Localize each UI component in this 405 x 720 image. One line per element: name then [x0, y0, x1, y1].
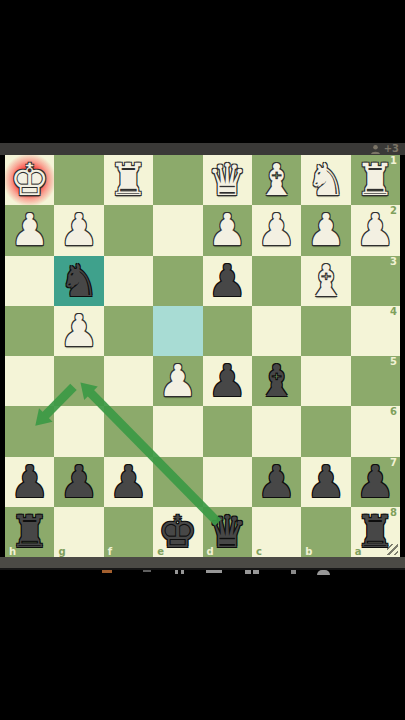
square-e5[interactable]: ♟ [153, 356, 202, 406]
square-c2[interactable]: ♟ [252, 205, 301, 255]
square-e8[interactable]: ♚e [153, 507, 202, 557]
square-b3[interactable]: ♝ [301, 256, 350, 306]
white-pawn-g4[interactable]: ♟ [59, 309, 98, 353]
toolbar-icon-fragment-5 [206, 570, 222, 573]
square-c8[interactable]: c [252, 507, 301, 557]
file-label-a: a [355, 546, 362, 557]
file-label-e: e [157, 546, 164, 557]
file-label-g: g [58, 546, 65, 557]
toolbar-icon-fragment-4 [181, 570, 184, 574]
square-b6[interactable] [301, 406, 350, 456]
white-rook-f1[interactable]: ♜ [109, 158, 148, 202]
square-g1[interactable] [54, 155, 103, 205]
square-a2[interactable]: ♟2 [351, 205, 400, 255]
white-queen-d1[interactable]: ♛ [207, 158, 246, 202]
black-bishop-c5[interactable]: ♝ [257, 359, 296, 403]
square-d3[interactable]: ♟ [203, 256, 252, 306]
square-e2[interactable] [153, 205, 202, 255]
white-king-h1[interactable]: ♚ [10, 158, 49, 202]
white-pawn-d2[interactable]: ♟ [207, 208, 246, 252]
square-b5[interactable] [301, 356, 350, 406]
square-g2[interactable]: ♟ [54, 205, 103, 255]
square-a7[interactable]: ♟7 [351, 457, 400, 507]
rank-label-6: 6 [390, 406, 397, 417]
square-d6[interactable] [203, 406, 252, 456]
white-pawn-g2[interactable]: ♟ [59, 208, 98, 252]
file-label-h: h [9, 546, 16, 557]
square-f4[interactable] [104, 306, 153, 356]
square-h7[interactable]: ♟ [5, 457, 54, 507]
square-g4[interactable]: ♟ [54, 306, 103, 356]
square-a6[interactable]: 6 [351, 406, 400, 456]
square-a1[interactable]: ♜1 [351, 155, 400, 205]
toolbar-icon-fragment-2 [143, 570, 151, 572]
rank-label-2: 2 [390, 205, 397, 216]
square-c4[interactable] [252, 306, 301, 356]
square-c6[interactable] [252, 406, 301, 456]
black-pawn-d5[interactable]: ♟ [207, 359, 246, 403]
square-h2[interactable]: ♟ [5, 205, 54, 255]
square-e7[interactable] [153, 457, 202, 507]
white-bishop-c1[interactable]: ♝ [257, 158, 296, 202]
square-b1[interactable]: ♞ [301, 155, 350, 205]
square-d8[interactable]: ♛d [203, 507, 252, 557]
white-pawn-h2[interactable]: ♟ [10, 208, 49, 252]
toolbar-icon-fragment-9 [317, 570, 330, 575]
white-pawn-e5[interactable]: ♟ [158, 359, 197, 403]
square-h1[interactable]: ♚ [5, 155, 54, 205]
black-pawn-f7[interactable]: ♟ [109, 460, 148, 504]
rank-label-4: 4 [390, 306, 397, 317]
toolbar-icon-fragment-1 [102, 570, 112, 573]
user-icon [370, 144, 381, 155]
toolbar-icon-fragment-7 [253, 570, 259, 574]
square-b8[interactable]: b [301, 507, 350, 557]
square-a5[interactable]: 5 [351, 356, 400, 406]
square-f6[interactable] [104, 406, 153, 456]
square-g6[interactable] [54, 406, 103, 456]
black-pawn-d3[interactable]: ♟ [207, 259, 246, 303]
square-c5[interactable]: ♝ [252, 356, 301, 406]
white-pawn-c2[interactable]: ♟ [257, 208, 296, 252]
square-e4[interactable] [153, 306, 202, 356]
toolbar-icon-fragment-6 [245, 570, 251, 574]
square-h8[interactable]: ♜h [5, 507, 54, 557]
square-h3[interactable] [5, 256, 54, 306]
square-d2[interactable]: ♟ [203, 205, 252, 255]
square-e1[interactable] [153, 155, 202, 205]
square-f3[interactable] [104, 256, 153, 306]
black-pawn-b7[interactable]: ♟ [306, 460, 345, 504]
square-h4[interactable] [5, 306, 54, 356]
square-f8[interactable]: f [104, 507, 153, 557]
chess-board[interactable]: ♚♜♛♝♞♜1♟♟♟♟♟♟2♞♟♝3♟4♟♟♝56♟♟♟♟♟♟7♜hgf♚e♛d… [5, 155, 400, 557]
square-g3[interactable]: ♞ [54, 256, 103, 306]
toolbar-icon-fragment-8 [291, 570, 296, 574]
square-g8[interactable]: g [54, 507, 103, 557]
rank-label-8: 8 [390, 507, 397, 518]
file-label-b: b [305, 546, 312, 557]
square-c1[interactable]: ♝ [252, 155, 301, 205]
black-knight-g3[interactable]: ♞ [59, 259, 98, 303]
video-frame: +3 ♚♜♛♝♞♜1♟♟♟♟♟♟2♞♟♝3♟4♟♟♝56♟♟♟♟♟♟7♜hgf♚… [0, 0, 405, 720]
white-knight-b1[interactable]: ♞ [306, 158, 345, 202]
square-a8[interactable]: ♜a8 [351, 507, 400, 557]
square-b4[interactable] [301, 306, 350, 356]
square-d5[interactable]: ♟ [203, 356, 252, 406]
square-d7[interactable] [203, 457, 252, 507]
rank-label-7: 7 [390, 457, 397, 468]
white-bishop-b3[interactable]: ♝ [306, 259, 345, 303]
square-a3[interactable]: 3 [351, 256, 400, 306]
square-e6[interactable] [153, 406, 202, 456]
black-pawn-h7[interactable]: ♟ [10, 460, 49, 504]
square-b7[interactable]: ♟ [301, 457, 350, 507]
bottom-toolbar [0, 557, 405, 570]
square-c7[interactable]: ♟ [252, 457, 301, 507]
square-h6[interactable] [5, 406, 54, 456]
file-label-f: f [108, 546, 112, 557]
rank-label-5: 5 [390, 356, 397, 367]
square-h5[interactable] [5, 356, 54, 406]
black-pawn-g7[interactable]: ♟ [59, 460, 98, 504]
square-g5[interactable] [54, 356, 103, 406]
square-d4[interactable] [203, 306, 252, 356]
rank-label-1: 1 [390, 155, 397, 166]
square-f1[interactable]: ♜ [104, 155, 153, 205]
file-label-d: d [207, 546, 214, 557]
file-label-c: c [256, 546, 262, 557]
square-g7[interactable]: ♟ [54, 457, 103, 507]
topbar-counter: +3 [384, 144, 399, 154]
square-f7[interactable]: ♟ [104, 457, 153, 507]
black-pawn-c7[interactable]: ♟ [257, 460, 296, 504]
square-c3[interactable] [252, 256, 301, 306]
board-resize-handle[interactable] [387, 544, 398, 555]
square-f5[interactable] [104, 356, 153, 406]
square-f2[interactable] [104, 205, 153, 255]
square-b2[interactable]: ♟ [301, 205, 350, 255]
square-a4[interactable]: 4 [351, 306, 400, 356]
rank-label-3: 3 [390, 256, 397, 267]
toolbar-icon-fragment-3 [175, 570, 178, 574]
square-d1[interactable]: ♛ [203, 155, 252, 205]
square-e3[interactable] [153, 256, 202, 306]
white-pawn-b2[interactable]: ♟ [306, 208, 345, 252]
